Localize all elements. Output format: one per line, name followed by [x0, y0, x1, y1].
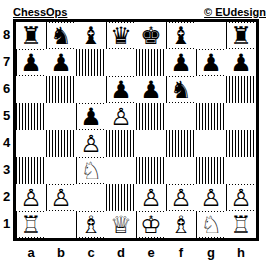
square-a1: ♖: [16, 211, 46, 238]
square-a8: ♜: [16, 22, 46, 49]
piece-black-pawn: ♟: [78, 104, 104, 129]
square-d4: [106, 130, 136, 157]
square-e3: [136, 157, 166, 184]
piece-black-rook: ♜: [18, 23, 44, 48]
square-b1: [46, 211, 76, 238]
piece-white-king: ♔: [138, 212, 164, 237]
square-g3: [196, 157, 226, 184]
piece-black-bishop: ♝: [78, 23, 104, 48]
square-h5: [226, 103, 256, 130]
piece-black-knight: ♞: [168, 77, 194, 102]
square-g8: [196, 22, 226, 49]
file-labels: abcdefgh: [16, 241, 270, 260]
square-f3: [166, 157, 196, 184]
square-c3: ♘: [76, 157, 106, 184]
square-f8: ♝: [166, 22, 196, 49]
square-f7: ♟: [166, 49, 196, 76]
piece-black-bishop: ♝: [168, 23, 194, 48]
square-h8: ♜: [226, 22, 256, 49]
rank-label-4: 4: [0, 129, 13, 156]
square-g6: [196, 76, 226, 103]
square-e1: ♔: [136, 211, 166, 238]
square-f5: [166, 103, 196, 130]
square-g2: ♙: [196, 184, 226, 211]
rank-label-1: 1: [0, 210, 13, 237]
rank-label-2: 2: [0, 183, 13, 210]
square-d8: ♛: [106, 22, 136, 49]
square-f1: ♗: [166, 211, 196, 238]
square-e2: ♙: [136, 184, 166, 211]
piece-black-queen: ♛: [108, 23, 134, 48]
square-a7: ♟: [16, 49, 46, 76]
file-label-d: d: [106, 245, 136, 260]
square-f2: ♙: [166, 184, 196, 211]
square-a5: [16, 103, 46, 130]
piece-black-pawn: ♟: [168, 50, 194, 75]
square-h6: [226, 76, 256, 103]
file-label-h: h: [226, 245, 256, 260]
piece-white-pawn: ♙: [228, 185, 254, 210]
square-f6: ♞: [166, 76, 196, 103]
square-c5: ♟: [76, 103, 106, 130]
file-label-g: g: [196, 245, 226, 260]
square-a3: [16, 157, 46, 184]
chessops-link[interactable]: ChessOps: [13, 6, 67, 18]
piece-black-rook: ♜: [228, 23, 254, 48]
rank-label-3: 3: [0, 156, 13, 183]
piece-black-pawn: ♟: [198, 50, 224, 75]
rank-label-6: 6: [0, 75, 13, 102]
piece-white-bishop: ♗: [168, 212, 194, 237]
piece-white-rook: ♖: [18, 212, 44, 237]
piece-black-knight: ♞: [48, 23, 74, 48]
piece-white-pawn: ♙: [48, 185, 74, 210]
square-c1: ♗: [76, 211, 106, 238]
square-b6: [46, 76, 76, 103]
rank-label-8: 8: [0, 21, 13, 48]
square-h3: [226, 157, 256, 184]
piece-black-pawn: ♟: [108, 77, 134, 102]
square-d7: [106, 49, 136, 76]
square-b7: ♟: [46, 49, 76, 76]
piece-black-king: ♚: [138, 23, 164, 48]
square-g7: ♟: [196, 49, 226, 76]
square-e8: ♚: [136, 22, 166, 49]
copyright-link[interactable]: © EUdesign: [204, 6, 266, 18]
square-a4: [16, 130, 46, 157]
piece-white-pawn: ♙: [108, 104, 134, 129]
square-h1: ♖: [226, 211, 256, 238]
piece-white-queen: ♕: [108, 212, 134, 237]
rank-labels: 87654321: [0, 19, 13, 237]
file-label-e: e: [136, 245, 166, 260]
piece-white-pawn: ♙: [138, 185, 164, 210]
square-f4: [166, 130, 196, 157]
square-c7: [76, 49, 106, 76]
piece-white-knight: ♘: [78, 158, 104, 183]
square-a2: ♙: [16, 184, 46, 211]
rank-label-5: 5: [0, 102, 13, 129]
square-e4: [136, 130, 166, 157]
piece-black-pawn: ♟: [138, 77, 164, 102]
square-e7: [136, 49, 166, 76]
file-label-c: c: [76, 245, 106, 260]
rank-label-7: 7: [0, 48, 13, 75]
square-c2: [76, 184, 106, 211]
square-h4: [226, 130, 256, 157]
square-h2: ♙: [226, 184, 256, 211]
piece-black-pawn: ♟: [18, 50, 44, 75]
piece-white-rook: ♖: [228, 212, 254, 237]
piece-white-pawn: ♙: [198, 185, 224, 210]
square-b5: [46, 103, 76, 130]
square-g5: [196, 103, 226, 130]
piece-white-knight: ♘: [198, 212, 224, 237]
square-g1: ♘: [196, 211, 226, 238]
square-d1: ♕: [106, 211, 136, 238]
square-a6: [16, 76, 46, 103]
square-d5: ♙: [106, 103, 136, 130]
square-b4: [46, 130, 76, 157]
square-h7: ♟: [226, 49, 256, 76]
piece-black-pawn: ♟: [228, 50, 254, 75]
square-e6: ♟: [136, 76, 166, 103]
square-g4: [196, 130, 226, 157]
square-c8: ♝: [76, 22, 106, 49]
piece-black-pawn: ♟: [48, 50, 74, 75]
file-label-f: f: [166, 245, 196, 260]
square-c4: ♙: [76, 130, 106, 157]
file-label-a: a: [16, 245, 46, 260]
board: ♜♞♝♛♚♝♜♟♟♟♟♟♟♟♞♟♙♙♘♙♙♙♙♙♙♖♗♕♔♗♘♖: [13, 19, 259, 241]
square-b2: ♙: [46, 184, 76, 211]
square-d3: [106, 157, 136, 184]
square-e5: [136, 103, 166, 130]
piece-white-bishop: ♗: [78, 212, 104, 237]
square-d2: [106, 184, 136, 211]
piece-white-pawn: ♙: [18, 185, 44, 210]
piece-white-pawn: ♙: [168, 185, 194, 210]
file-label-b: b: [46, 245, 76, 260]
square-d6: ♟: [106, 76, 136, 103]
square-b8: ♞: [46, 22, 76, 49]
header: ChessOps © EUdesign: [0, 0, 270, 19]
piece-white-pawn: ♙: [78, 131, 104, 156]
square-c6: [76, 76, 106, 103]
square-b3: [46, 157, 76, 184]
board-area: 87654321 ♜♞♝♛♚♝♜♟♟♟♟♟♟♟♞♟♙♙♘♙♙♙♙♙♙♖♗♕♔♗♘…: [0, 19, 270, 241]
